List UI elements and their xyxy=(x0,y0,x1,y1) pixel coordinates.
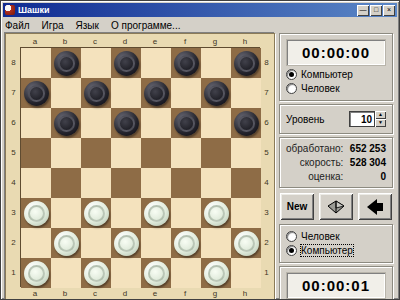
white-man-e3[interactable] xyxy=(144,201,169,226)
square-f8[interactable] xyxy=(171,48,201,78)
black-man-b8[interactable] xyxy=(54,51,79,76)
book-icon xyxy=(326,199,346,215)
minimize-button[interactable]: — xyxy=(357,5,369,16)
square-d6[interactable] xyxy=(111,108,141,138)
rank-labels-left: 87654321 xyxy=(7,47,20,287)
level-value[interactable]: 10 xyxy=(349,111,375,127)
level-spinner[interactable]: 10 ▲ ▼ xyxy=(349,111,386,127)
white-human-option[interactable]: Человек xyxy=(286,231,386,242)
rank-label-7: 7 xyxy=(260,77,273,107)
square-b3[interactable] xyxy=(51,198,81,228)
level-up-icon[interactable]: ▲ xyxy=(375,111,386,119)
engine-stats-group: обработано: 652 253 скорость: 528 304 оц… xyxy=(279,137,393,188)
white-man-e1[interactable] xyxy=(144,261,169,286)
stat-eval-value: 0 xyxy=(343,171,386,182)
undo-move-button[interactable] xyxy=(358,193,392,220)
black-man-c7[interactable] xyxy=(84,81,109,106)
square-h3[interactable] xyxy=(231,198,261,228)
square-g2[interactable] xyxy=(201,228,231,258)
square-c7[interactable] xyxy=(81,78,111,108)
black-man-g7[interactable] xyxy=(204,81,229,106)
square-c1[interactable] xyxy=(81,258,111,288)
square-b6[interactable] xyxy=(51,108,81,138)
white-man-h2[interactable] xyxy=(234,231,259,256)
file-label-h: h xyxy=(230,287,260,299)
stat-eval-label: оценка: xyxy=(286,171,343,182)
square-a4[interactable] xyxy=(21,168,51,198)
square-h2[interactable] xyxy=(231,228,261,258)
square-d2[interactable] xyxy=(111,228,141,258)
file-label-e: e xyxy=(140,287,170,299)
file-label-g: g xyxy=(200,35,230,47)
checkers-board xyxy=(20,47,260,287)
white-man-a1[interactable] xyxy=(24,261,49,286)
rank-label-4: 4 xyxy=(7,167,20,197)
white-clock-group: 00:00:01 xyxy=(279,266,393,300)
square-b8[interactable] xyxy=(51,48,81,78)
white-man-d2[interactable] xyxy=(114,231,139,256)
square-a1[interactable] xyxy=(21,258,51,288)
square-d5[interactable] xyxy=(111,138,141,168)
file-label-g: g xyxy=(200,287,230,299)
app-window: Шашки — □ × Файл Игра Язык О программе..… xyxy=(0,0,400,300)
rank-label-3: 3 xyxy=(260,197,273,227)
black-man-a7[interactable] xyxy=(24,81,49,106)
square-e1[interactable] xyxy=(141,258,171,288)
square-g8[interactable] xyxy=(201,48,231,78)
rank-labels-right: 87654321 xyxy=(260,47,273,287)
square-e6[interactable] xyxy=(141,108,171,138)
black-man-e7[interactable] xyxy=(144,81,169,106)
white-man-c1[interactable] xyxy=(84,261,109,286)
stat-speed-label: скорость: xyxy=(286,157,343,168)
file-label-e: e xyxy=(140,35,170,47)
new-game-button[interactable]: New xyxy=(280,193,314,220)
square-a6[interactable] xyxy=(21,108,51,138)
square-b7[interactable] xyxy=(51,78,81,108)
rank-label-6: 6 xyxy=(7,107,20,137)
app-icon xyxy=(5,5,15,15)
square-c2[interactable] xyxy=(81,228,111,258)
level-down-icon[interactable]: ▼ xyxy=(375,119,386,127)
stat-processed-value: 652 253 xyxy=(343,143,386,154)
menu-bar: Файл Игра Язык О программе... xyxy=(1,19,399,32)
square-f7[interactable] xyxy=(171,78,201,108)
radio-computer-bottom[interactable] xyxy=(286,245,297,256)
rank-label-1: 1 xyxy=(260,257,273,287)
white-man-g1[interactable] xyxy=(204,261,229,286)
menu-game[interactable]: Игра xyxy=(42,20,64,31)
radio-human-top[interactable] xyxy=(286,83,297,94)
white-man-c3[interactable] xyxy=(84,201,109,226)
rank-label-5: 5 xyxy=(7,137,20,167)
square-a5[interactable] xyxy=(21,138,51,168)
rank-label-6: 6 xyxy=(260,107,273,137)
rank-label-4: 4 xyxy=(260,167,273,197)
white-clock: 00:00:01 xyxy=(286,272,386,299)
square-h5[interactable] xyxy=(231,138,261,168)
square-h1[interactable] xyxy=(231,258,261,288)
square-f1[interactable] xyxy=(171,258,201,288)
white-man-g3[interactable] xyxy=(204,201,229,226)
square-e7[interactable] xyxy=(141,78,171,108)
square-h7[interactable] xyxy=(231,78,261,108)
square-a7[interactable] xyxy=(21,78,51,108)
square-g4[interactable] xyxy=(201,168,231,198)
rank-label-7: 7 xyxy=(7,77,20,107)
black-man-d8[interactable] xyxy=(114,51,139,76)
square-c6[interactable] xyxy=(81,108,111,138)
file-label-f: f xyxy=(170,35,200,47)
radio-computer-top[interactable] xyxy=(286,69,297,80)
square-e3[interactable] xyxy=(141,198,171,228)
file-label-d: d xyxy=(110,287,140,299)
square-f5[interactable] xyxy=(171,138,201,168)
rank-label-8: 8 xyxy=(7,47,20,77)
black-man-f8[interactable] xyxy=(174,51,199,76)
square-e4[interactable] xyxy=(141,168,171,198)
square-g3[interactable] xyxy=(201,198,231,228)
square-c4[interactable] xyxy=(81,168,111,198)
square-h8[interactable] xyxy=(231,48,261,78)
black-human-option[interactable]: Человек xyxy=(286,83,386,94)
square-b4[interactable] xyxy=(51,168,81,198)
file-labels-bottom: abcdefgh xyxy=(20,287,260,299)
square-b2[interactable] xyxy=(51,228,81,258)
black-man-h8[interactable] xyxy=(234,51,259,76)
square-c8[interactable] xyxy=(81,48,111,78)
white-man-b2[interactable] xyxy=(54,231,79,256)
file-label-a: a xyxy=(20,35,50,47)
file-labels-top: abcdefgh xyxy=(20,35,260,47)
square-e8[interactable] xyxy=(141,48,171,78)
board-frame: abcdefgh 87654321 87654321 abcdefgh xyxy=(7,35,273,299)
black-man-d6[interactable] xyxy=(114,111,139,136)
square-e5[interactable] xyxy=(141,138,171,168)
square-d8[interactable] xyxy=(111,48,141,78)
white-player-group: Человек Компьютер xyxy=(279,224,393,263)
square-d7[interactable] xyxy=(111,78,141,108)
radio-human-top-label: Человек xyxy=(301,83,340,94)
file-label-b: b xyxy=(50,287,80,299)
white-man-f2[interactable] xyxy=(174,231,199,256)
rank-label-1: 1 xyxy=(7,257,20,287)
square-f4[interactable] xyxy=(171,168,201,198)
square-g1[interactable] xyxy=(201,258,231,288)
file-label-b: b xyxy=(50,35,80,47)
black-computer-option[interactable]: Компьютер xyxy=(286,69,386,80)
square-f2[interactable] xyxy=(171,228,201,258)
square-d1[interactable] xyxy=(111,258,141,288)
square-h6[interactable] xyxy=(231,108,261,138)
square-b1[interactable] xyxy=(51,258,81,288)
black-man-b6[interactable] xyxy=(54,111,79,136)
square-g7[interactable] xyxy=(201,78,231,108)
radio-human-bottom-label: Человек xyxy=(301,231,340,242)
close-button[interactable]: × xyxy=(383,5,395,16)
square-a2[interactable] xyxy=(21,228,51,258)
rank-label-2: 2 xyxy=(260,227,273,257)
square-e2[interactable] xyxy=(141,228,171,258)
square-a8[interactable] xyxy=(21,48,51,78)
black-player-group: 00:00:00 Компьютер Человек xyxy=(279,33,393,101)
menu-file[interactable]: Файл xyxy=(5,20,30,31)
black-man-h6[interactable] xyxy=(234,111,259,136)
square-f6[interactable] xyxy=(171,108,201,138)
back-arrow-icon xyxy=(365,198,385,216)
maximize-button[interactable]: □ xyxy=(370,5,382,16)
rank-label-2: 2 xyxy=(7,227,20,257)
radio-computer-bottom-label: Компьютер xyxy=(301,245,353,256)
square-c3[interactable] xyxy=(81,198,111,228)
window-title: Шашки xyxy=(18,5,357,15)
black-man-f6[interactable] xyxy=(174,111,199,136)
checkers-board-panel: abcdefgh 87654321 87654321 abcdefgh xyxy=(5,33,275,300)
square-b5[interactable] xyxy=(51,138,81,168)
square-g5[interactable] xyxy=(201,138,231,168)
white-computer-option[interactable]: Компьютер xyxy=(286,245,386,256)
file-label-d: d xyxy=(110,35,140,47)
level-label: Уровень xyxy=(286,114,325,125)
square-a3[interactable] xyxy=(21,198,51,228)
file-label-c: c xyxy=(80,287,110,299)
menu-about[interactable]: О программе... xyxy=(111,20,181,31)
stat-speed-value: 528 304 xyxy=(343,157,386,168)
black-clock: 00:00:00 xyxy=(286,39,386,66)
square-d4[interactable] xyxy=(111,168,141,198)
square-f3[interactable] xyxy=(171,198,201,228)
rank-label-8: 8 xyxy=(260,47,273,77)
titlebar[interactable]: Шашки — □ × xyxy=(3,3,397,17)
menu-language[interactable]: Язык xyxy=(76,20,99,31)
rank-label-5: 5 xyxy=(260,137,273,167)
square-c5[interactable] xyxy=(81,138,111,168)
file-label-f: f xyxy=(170,287,200,299)
control-panel: 00:00:00 Компьютер Человек Уровень 10 xyxy=(279,33,393,300)
square-g6[interactable] xyxy=(201,108,231,138)
file-label-c: c xyxy=(80,35,110,47)
square-d3[interactable] xyxy=(111,198,141,228)
radio-human-bottom[interactable] xyxy=(286,231,297,242)
radio-computer-top-label: Компьютер xyxy=(301,69,353,80)
stat-processed-label: обработано: xyxy=(286,143,343,154)
file-label-a: a xyxy=(20,287,50,299)
white-man-a3[interactable] xyxy=(24,201,49,226)
square-h4[interactable] xyxy=(231,168,261,198)
opening-book-button[interactable] xyxy=(319,193,353,220)
file-label-h: h xyxy=(230,35,260,47)
rank-label-3: 3 xyxy=(7,197,20,227)
level-group: Уровень 10 ▲ ▼ xyxy=(279,104,393,134)
